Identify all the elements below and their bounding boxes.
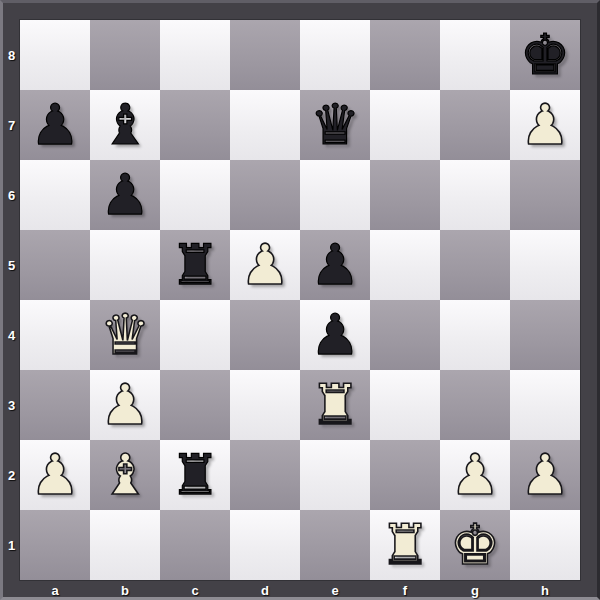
square-b2[interactable]: ♝ [90,440,160,510]
square-g3[interactable] [440,370,510,440]
square-g1[interactable]: ♚ [440,510,510,580]
file-label-f: f [370,580,440,600]
square-h7[interactable]: ♟ [510,90,580,160]
piece-white-rook: ♜ [310,370,360,440]
file-label-e: e [300,580,370,600]
square-f8[interactable] [370,20,440,90]
square-e8[interactable] [300,20,370,90]
square-a2[interactable]: ♟ [20,440,90,510]
square-c8[interactable] [160,20,230,90]
square-d3[interactable] [230,370,300,440]
piece-white-pawn: ♟ [30,440,80,510]
square-a7[interactable]: ♟ [20,90,90,160]
square-f6[interactable] [370,160,440,230]
square-b6[interactable]: ♟ [90,160,160,230]
square-e2[interactable] [300,440,370,510]
square-d1[interactable] [230,510,300,580]
piece-white-bishop: ♝ [100,440,150,510]
square-b5[interactable] [90,230,160,300]
square-c2[interactable]: ♜ [160,440,230,510]
piece-black-rook: ♜ [170,230,220,300]
square-d2[interactable] [230,440,300,510]
rank-label-8: 8 [3,20,20,90]
rank-label-3: 3 [3,370,20,440]
square-h1[interactable] [510,510,580,580]
square-b4[interactable]: ♛ [90,300,160,370]
piece-black-pawn: ♟ [310,230,360,300]
board-frame: ♚♟♝♛♟♟♜♟♟♛♟♟♜♟♝♜♟♟♜♚ 87654321 abcdefgh [0,0,600,600]
square-d7[interactable] [230,90,300,160]
piece-white-pawn: ♟ [450,440,500,510]
square-e5[interactable]: ♟ [300,230,370,300]
file-label-c: c [160,580,230,600]
square-e3[interactable]: ♜ [300,370,370,440]
square-f2[interactable] [370,440,440,510]
piece-white-pawn: ♟ [240,230,290,300]
square-f4[interactable] [370,300,440,370]
square-b3[interactable]: ♟ [90,370,160,440]
square-d4[interactable] [230,300,300,370]
chess-board: ♚♟♝♛♟♟♜♟♟♛♟♟♜♟♝♜♟♟♜♚ [20,20,580,580]
square-g7[interactable] [440,90,510,160]
file-labels: abcdefgh [20,580,580,600]
square-g5[interactable] [440,230,510,300]
piece-black-bishop: ♝ [100,90,150,160]
square-g2[interactable]: ♟ [440,440,510,510]
square-c6[interactable] [160,160,230,230]
square-h6[interactable] [510,160,580,230]
square-a6[interactable] [20,160,90,230]
rank-label-5: 5 [3,230,20,300]
square-f5[interactable] [370,230,440,300]
piece-white-pawn: ♟ [520,90,570,160]
square-g4[interactable] [440,300,510,370]
square-a8[interactable] [20,20,90,90]
square-c7[interactable] [160,90,230,160]
square-h8[interactable]: ♚ [510,20,580,90]
square-d6[interactable] [230,160,300,230]
square-f7[interactable] [370,90,440,160]
square-a5[interactable] [20,230,90,300]
rank-label-6: 6 [3,160,20,230]
square-f1[interactable]: ♜ [370,510,440,580]
square-b7[interactable]: ♝ [90,90,160,160]
square-c3[interactable] [160,370,230,440]
square-a1[interactable] [20,510,90,580]
square-f3[interactable] [370,370,440,440]
rank-label-7: 7 [3,90,20,160]
square-e7[interactable]: ♛ [300,90,370,160]
square-d5[interactable]: ♟ [230,230,300,300]
file-label-d: d [230,580,300,600]
square-c1[interactable] [160,510,230,580]
square-h3[interactable] [510,370,580,440]
square-b8[interactable] [90,20,160,90]
square-d8[interactable] [230,20,300,90]
piece-white-rook: ♜ [380,510,430,580]
piece-white-king: ♚ [450,510,500,580]
rank-labels: 87654321 [3,20,20,580]
square-a3[interactable] [20,370,90,440]
square-h2[interactable]: ♟ [510,440,580,510]
rank-label-2: 2 [3,440,20,510]
square-g6[interactable] [440,160,510,230]
piece-white-pawn: ♟ [520,440,570,510]
square-e4[interactable]: ♟ [300,300,370,370]
square-h4[interactable] [510,300,580,370]
file-label-a: a [20,580,90,600]
rank-label-1: 1 [3,510,20,580]
square-a4[interactable] [20,300,90,370]
file-label-h: h [510,580,580,600]
piece-black-rook: ♜ [170,440,220,510]
piece-white-pawn: ♟ [100,370,150,440]
piece-white-queen: ♛ [100,300,150,370]
rank-label-4: 4 [3,300,20,370]
piece-black-pawn: ♟ [100,160,150,230]
square-h5[interactable] [510,230,580,300]
square-e6[interactable] [300,160,370,230]
piece-black-pawn: ♟ [30,90,80,160]
square-c4[interactable] [160,300,230,370]
file-label-g: g [440,580,510,600]
square-c5[interactable]: ♜ [160,230,230,300]
square-b1[interactable] [90,510,160,580]
piece-black-pawn: ♟ [310,300,360,370]
piece-black-king: ♚ [520,20,570,90]
piece-black-queen: ♛ [310,90,360,160]
square-e1[interactable] [300,510,370,580]
file-label-b: b [90,580,160,600]
square-g8[interactable] [440,20,510,90]
